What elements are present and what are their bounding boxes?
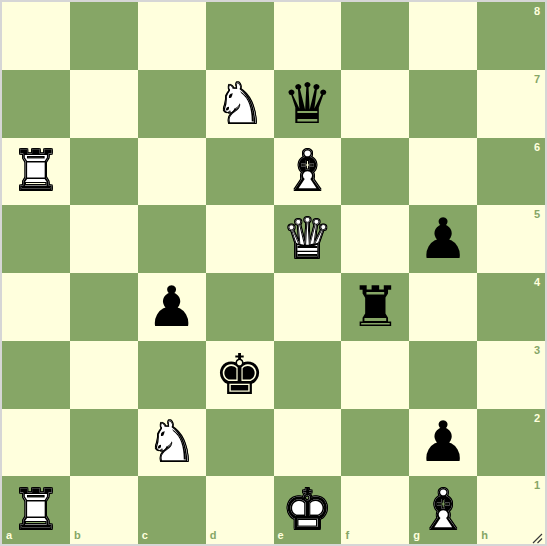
rank-label-6: 6 (534, 142, 540, 153)
board-frame: 8♞♘♛7♜♖♝♗6♛♕♟5♟♜4♚3♞♘♟2a♜♖bcde♚♔fg♝♗1h (0, 0, 547, 546)
rank-label-1: 1 (534, 480, 540, 491)
square-b1[interactable]: b (70, 476, 138, 544)
black-king-glyph: ♚ (206, 341, 274, 409)
square-b6[interactable] (70, 138, 138, 206)
square-h8[interactable]: 8 (477, 2, 545, 70)
square-b3[interactable] (70, 341, 138, 409)
square-h7[interactable]: 7 (477, 70, 545, 138)
square-d6[interactable] (206, 138, 274, 206)
square-h2[interactable]: 2 (477, 409, 545, 477)
black-rook-glyph: ♜ (341, 273, 409, 341)
square-g6[interactable] (409, 138, 477, 206)
square-c3[interactable] (138, 341, 206, 409)
file-label-c: c (142, 530, 148, 541)
square-h5[interactable]: 5 (477, 205, 545, 273)
square-f7[interactable] (341, 70, 409, 138)
white-bishop-outline-glyph: ♗ (274, 138, 342, 206)
square-g2[interactable]: ♟ (409, 409, 477, 477)
square-a2[interactable] (2, 409, 70, 477)
chess-board: 8♞♘♛7♜♖♝♗6♛♕♟5♟♜4♚3♞♘♟2a♜♖bcde♚♔fg♝♗1h (2, 2, 545, 544)
white-king-outline-glyph: ♔ (274, 476, 342, 544)
piece-white-queen[interactable]: ♛♕ (274, 205, 342, 273)
file-label-h: h (481, 530, 488, 541)
rank-label-5: 5 (534, 209, 540, 220)
piece-black-king[interactable]: ♚ (206, 341, 274, 409)
square-b2[interactable] (70, 409, 138, 477)
piece-white-rook[interactable]: ♜♖ (2, 138, 70, 206)
white-rook-outline-glyph: ♖ (2, 476, 70, 544)
square-e8[interactable] (274, 2, 342, 70)
square-d5[interactable] (206, 205, 274, 273)
piece-white-bishop[interactable]: ♝♗ (274, 138, 342, 206)
square-c8[interactable] (138, 2, 206, 70)
square-e4[interactable] (274, 273, 342, 341)
black-pawn-glyph: ♟ (138, 273, 206, 341)
square-d1[interactable]: d (206, 476, 274, 544)
square-g1[interactable]: g♝♗ (409, 476, 477, 544)
piece-white-rook[interactable]: ♜♖ (2, 476, 70, 544)
file-label-f: f (345, 530, 349, 541)
square-d7[interactable]: ♞♘ (206, 70, 274, 138)
square-a3[interactable] (2, 341, 70, 409)
rank-label-7: 7 (534, 74, 540, 85)
square-a5[interactable] (2, 205, 70, 273)
square-a4[interactable] (2, 273, 70, 341)
square-h6[interactable]: 6 (477, 138, 545, 206)
piece-black-rook[interactable]: ♜ (341, 273, 409, 341)
square-c6[interactable] (138, 138, 206, 206)
square-b7[interactable] (70, 70, 138, 138)
square-a6[interactable]: ♜♖ (2, 138, 70, 206)
square-f5[interactable] (341, 205, 409, 273)
resize-handle-icon[interactable] (531, 530, 543, 542)
square-b4[interactable] (70, 273, 138, 341)
piece-black-queen[interactable]: ♛ (274, 70, 342, 138)
white-rook-outline-glyph: ♖ (2, 138, 70, 206)
square-g4[interactable] (409, 273, 477, 341)
square-f3[interactable] (341, 341, 409, 409)
piece-white-knight[interactable]: ♞♘ (138, 409, 206, 477)
square-e7[interactable]: ♛ (274, 70, 342, 138)
square-b5[interactable] (70, 205, 138, 273)
file-label-b: b (74, 530, 81, 541)
piece-white-knight[interactable]: ♞♘ (206, 70, 274, 138)
square-g8[interactable] (409, 2, 477, 70)
white-queen-outline-glyph: ♕ (274, 205, 342, 273)
square-g7[interactable] (409, 70, 477, 138)
square-f6[interactable] (341, 138, 409, 206)
piece-white-king[interactable]: ♚♔ (274, 476, 342, 544)
white-bishop-outline-glyph: ♗ (409, 476, 477, 544)
rank-label-8: 8 (534, 6, 540, 17)
square-c1[interactable]: c (138, 476, 206, 544)
square-c2[interactable]: ♞♘ (138, 409, 206, 477)
square-g5[interactable]: ♟ (409, 205, 477, 273)
square-d8[interactable] (206, 2, 274, 70)
square-h1[interactable]: 1h (477, 476, 545, 544)
square-h4[interactable]: 4 (477, 273, 545, 341)
square-d4[interactable] (206, 273, 274, 341)
square-c7[interactable] (138, 70, 206, 138)
square-a1[interactable]: a♜♖ (2, 476, 70, 544)
file-label-d: d (210, 530, 217, 541)
white-knight-outline-glyph: ♘ (138, 409, 206, 477)
square-e3[interactable] (274, 341, 342, 409)
square-d2[interactable] (206, 409, 274, 477)
black-queen-glyph: ♛ (274, 70, 342, 138)
square-e2[interactable] (274, 409, 342, 477)
white-knight-outline-glyph: ♘ (206, 70, 274, 138)
square-c5[interactable] (138, 205, 206, 273)
square-f8[interactable] (341, 2, 409, 70)
piece-black-pawn[interactable]: ♟ (409, 205, 477, 273)
square-f4[interactable]: ♜ (341, 273, 409, 341)
square-e1[interactable]: e♚♔ (274, 476, 342, 544)
piece-black-pawn[interactable]: ♟ (409, 409, 477, 477)
square-a7[interactable] (2, 70, 70, 138)
square-c4[interactable]: ♟ (138, 273, 206, 341)
square-b8[interactable] (70, 2, 138, 70)
piece-black-pawn[interactable]: ♟ (138, 273, 206, 341)
square-f1[interactable]: f (341, 476, 409, 544)
black-pawn-glyph: ♟ (409, 205, 477, 273)
square-e5[interactable]: ♛♕ (274, 205, 342, 273)
square-h3[interactable]: 3 (477, 341, 545, 409)
square-g3[interactable] (409, 341, 477, 409)
square-d3[interactable]: ♚ (206, 341, 274, 409)
square-e6[interactable]: ♝♗ (274, 138, 342, 206)
square-a8[interactable] (2, 2, 70, 70)
rank-label-4: 4 (534, 277, 540, 288)
rank-label-3: 3 (534, 345, 540, 356)
piece-white-bishop[interactable]: ♝♗ (409, 476, 477, 544)
black-pawn-glyph: ♟ (409, 409, 477, 477)
rank-label-2: 2 (534, 413, 540, 424)
square-f2[interactable] (341, 409, 409, 477)
